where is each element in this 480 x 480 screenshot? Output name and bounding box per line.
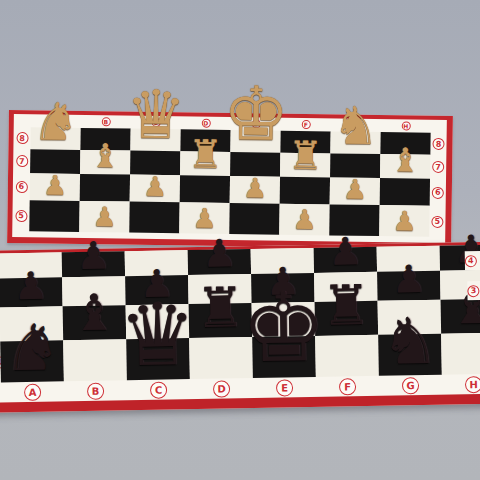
square-d8 <box>180 129 230 152</box>
piece-white-pawn-b5: ♟ <box>92 203 117 230</box>
square-a7 <box>30 149 80 174</box>
file-label-g-top: G <box>351 121 360 130</box>
file-label-b-bottom: B <box>87 382 104 399</box>
square-e7 <box>230 152 280 177</box>
square-g7 <box>330 153 380 178</box>
square-e5 <box>229 203 279 235</box>
file-label-e-top: E <box>251 119 260 128</box>
square-c1: ♛ <box>126 338 190 380</box>
square-f1 <box>315 335 379 377</box>
file-label-c-bottom: C <box>150 381 167 398</box>
square-g3: ♟ <box>377 271 440 301</box>
rank-label-5-right: 5 <box>431 215 443 227</box>
rank-label-6-right: 6 <box>432 186 444 198</box>
square-e1: ♚ <box>252 336 316 378</box>
square-c7 <box>130 151 180 176</box>
square-a1: ♞ <box>0 340 64 382</box>
square-h1 <box>441 333 480 375</box>
square-f6 <box>280 177 330 205</box>
file-label-a-bottom: A <box>24 383 41 400</box>
square-g5 <box>329 204 379 236</box>
square-g6: ♟ <box>330 177 380 205</box>
file-label-h-bottom: H <box>465 375 480 392</box>
file-label-g-bottom: G <box>402 377 419 394</box>
file-label-f-top: F <box>301 120 310 129</box>
board-lower-half-black-army: 4321 ♟♟♟♟♟♟♟♟♝♜♜♝♞♛♚♞ ABCDEFGH 4 3 <box>0 241 480 412</box>
file-label-b-top: B <box>101 117 110 126</box>
square-b5: ♟ <box>79 201 129 233</box>
piece-white-pawn-f5: ♟ <box>292 206 317 233</box>
file-label-h-top: H <box>401 121 410 130</box>
board-upper-half-white-army: ABCDEFGH 8765 ♞♛♚♞♝♜♜♝♟♟♟♟♟♟♟♟ 8765 <box>7 110 453 249</box>
square-b4: ♟ <box>62 251 125 277</box>
rank-label-8-left: 8 <box>16 132 28 144</box>
square-h8 <box>380 132 430 155</box>
square-c5 <box>129 202 179 234</box>
square-d5: ♟ <box>179 202 229 234</box>
square-a5 <box>29 200 79 232</box>
square-d1 <box>189 337 253 379</box>
square-b7: ♝ <box>80 150 130 175</box>
chess-set-photo: ABCDEFGH 8765 ♞♛♚♞♝♜♜♝♟♟♟♟♟♟♟♟ 8765 4321… <box>0 0 480 480</box>
square-e3: ♟ <box>251 273 314 303</box>
file-label-a-top: A <box>51 116 60 125</box>
square-h5: ♟ <box>379 205 429 237</box>
square-e8: ♚ <box>230 130 280 153</box>
square-a3: ♟ <box>0 277 63 307</box>
piece-white-pawn-e6: ♟ <box>243 174 268 201</box>
file-label-f-bottom: F <box>339 378 356 395</box>
square-d7: ♜ <box>180 151 230 176</box>
file-label-e-bottom: E <box>276 379 293 396</box>
square-f7: ♜ <box>280 153 330 178</box>
piece-white-pawn-d5: ♟ <box>192 204 217 231</box>
square-h2: ♝ <box>441 299 480 334</box>
square-h7: ♝ <box>380 154 430 179</box>
square-c2 <box>126 304 190 339</box>
square-e6: ♟ <box>230 176 280 204</box>
upper-left-rank-labels: 8765 <box>12 127 30 231</box>
square-c6: ♟ <box>130 175 180 203</box>
square-a8: ♞ <box>30 127 80 150</box>
square-g4 <box>377 246 440 272</box>
square-g2 <box>378 300 442 335</box>
square-g1: ♞ <box>378 334 442 376</box>
rank-label-8-right: 8 <box>432 138 444 150</box>
square-b1 <box>63 339 127 381</box>
square-d6 <box>180 175 230 203</box>
square-b8 <box>80 128 130 151</box>
square-h6 <box>380 178 430 206</box>
square-f4: ♟ <box>314 247 377 273</box>
square-f5: ♟ <box>279 204 329 236</box>
rank-label-3-right-tab: 3 <box>467 281 480 300</box>
rank-label-7-right: 7 <box>432 161 444 173</box>
piece-white-pawn-c6: ♟ <box>143 173 168 200</box>
square-a2 <box>0 306 63 341</box>
square-b6 <box>80 174 130 202</box>
rank-label-3-right: 3 <box>467 285 479 297</box>
square-e2 <box>252 302 316 337</box>
piece-white-pawn-g6: ♟ <box>343 176 368 203</box>
rank-label-4-right-tab: 4 <box>465 251 480 270</box>
lower-board-grid: ♟♟♟♟♟♟♟♟♝♜♜♝♞♛♚♞ <box>0 245 480 383</box>
upper-right-rank-labels: 8765 <box>429 133 446 237</box>
square-d2: ♜ <box>189 303 253 338</box>
file-label-c-top: C <box>151 118 160 127</box>
square-a6: ♟ <box>30 173 80 201</box>
file-label-d-top: D <box>201 119 210 128</box>
file-label-d-bottom: D <box>213 380 230 397</box>
square-f2: ♜ <box>315 301 379 336</box>
square-d4: ♟ <box>188 249 251 275</box>
square-c3: ♟ <box>125 275 188 305</box>
square-g8: ♞ <box>330 131 380 154</box>
square-e4 <box>251 248 314 274</box>
square-c8: ♛ <box>130 129 180 152</box>
square-b3 <box>62 276 125 306</box>
square-d3 <box>188 274 251 304</box>
rank-label-7-left: 7 <box>16 155 28 167</box>
upper-board-grid: ♞♛♚♞♝♜♜♝♟♟♟♟♟♟♟♟ <box>29 127 430 237</box>
square-a4 <box>0 252 62 278</box>
square-b2: ♝ <box>63 305 127 340</box>
rank-label-5-left: 5 <box>15 210 27 222</box>
square-f8 <box>280 131 330 154</box>
piece-white-pawn-h5: ♟ <box>392 207 417 234</box>
piece-white-pawn-a6: ♟ <box>43 171 68 198</box>
piece-white-king-e8: ♚ <box>222 76 289 151</box>
rank-label-4-right: 4 <box>465 255 477 267</box>
square-f3 <box>314 272 377 302</box>
square-c4 <box>125 250 188 276</box>
rank-label-6-left: 6 <box>15 181 27 193</box>
